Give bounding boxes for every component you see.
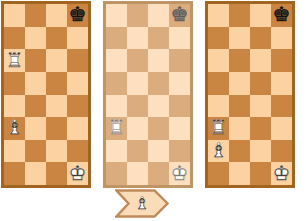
- board-square: [229, 162, 250, 185]
- board-square: [127, 95, 148, 118]
- board-square: [46, 117, 67, 140]
- board-square: [46, 27, 67, 50]
- moving-bishop-icon: ♝ ♗: [130, 192, 154, 216]
- board-square: [25, 117, 46, 140]
- board-square: ♜♖: [106, 117, 127, 140]
- board-square: [250, 27, 271, 50]
- board-square: [127, 27, 148, 50]
- black-king-glyph-outline: ♔: [69, 5, 87, 25]
- white-rook-glyph-outline: ♖: [6, 50, 24, 70]
- board-square: ♚♔: [271, 162, 292, 185]
- board-square: [169, 72, 190, 95]
- white-rook: ♜♖: [4, 49, 25, 72]
- board-square: [208, 162, 229, 185]
- board-square: [250, 72, 271, 95]
- board-square: [4, 95, 25, 118]
- board-square: [208, 49, 229, 72]
- bishop-glyph-outline: ♗: [134, 194, 150, 212]
- board-square: [208, 4, 229, 27]
- board-square: [67, 27, 88, 50]
- board-square: [127, 162, 148, 185]
- board-square: ♚♔: [67, 162, 88, 185]
- white-rook-glyph-outline: ♖: [108, 118, 126, 138]
- board-square: [4, 72, 25, 95]
- board-square: [229, 4, 250, 27]
- board-square: ♝♗: [208, 140, 229, 163]
- board-square: [169, 95, 190, 118]
- black-king: ♚♔: [169, 4, 190, 27]
- black-king: ♚♔: [271, 4, 292, 27]
- white-king-glyph-outline: ♔: [273, 163, 291, 183]
- board-square: [271, 27, 292, 50]
- board-square: [25, 27, 46, 50]
- board-square: [148, 117, 169, 140]
- board-square: [46, 95, 67, 118]
- board-square: [127, 4, 148, 27]
- chess-move-sequence-diagram: ♚♔♜♖♝♗♚♔ ♚♔♜♖♚♔ ♚♔♜♖♝♗♚♔ ♝ ♗: [0, 0, 306, 221]
- board-square: [148, 27, 169, 50]
- board-square: [271, 95, 292, 118]
- board-square: [229, 27, 250, 50]
- board-square: [250, 117, 271, 140]
- board-square: [271, 140, 292, 163]
- white-bishop-glyph-outline: ♗: [6, 118, 24, 138]
- board-square: [148, 49, 169, 72]
- board-square: [169, 117, 190, 140]
- black-king-glyph-outline: ♔: [273, 5, 291, 25]
- white-rook: ♜♖: [208, 117, 229, 140]
- board-square: [229, 140, 250, 163]
- board-square: [46, 140, 67, 163]
- white-bishop: ♝♗: [4, 117, 25, 140]
- board-square: [46, 4, 67, 27]
- board-square: [208, 72, 229, 95]
- board-square: [25, 162, 46, 185]
- board-square: ♚♔: [169, 4, 190, 27]
- board-square: [127, 72, 148, 95]
- board-square: [169, 49, 190, 72]
- white-rook: ♜♖: [106, 117, 127, 140]
- board-square: [67, 49, 88, 72]
- board-square: [25, 95, 46, 118]
- white-rook-glyph-outline: ♖: [210, 118, 228, 138]
- move-arrow: ♝ ♗: [115, 189, 169, 218]
- board-square: [169, 27, 190, 50]
- board-square: [148, 140, 169, 163]
- board-square: [46, 49, 67, 72]
- board-square: [271, 49, 292, 72]
- board-square: [106, 27, 127, 50]
- board-square: [208, 27, 229, 50]
- board-square: [169, 140, 190, 163]
- board-square: [46, 162, 67, 185]
- board-square: [25, 4, 46, 27]
- white-king: ♚♔: [271, 162, 292, 185]
- chessboard-frame-before: ♚♔♜♖♝♗♚♔: [1, 1, 91, 188]
- board-square: [250, 95, 271, 118]
- board-square: [250, 49, 271, 72]
- board-square: [229, 72, 250, 95]
- white-bishop-glyph-outline: ♗: [210, 140, 228, 160]
- board-square: ♜♖: [4, 49, 25, 72]
- board-square: [67, 117, 88, 140]
- board-square: [148, 72, 169, 95]
- board-square: ♚♔: [67, 4, 88, 27]
- board-square: [250, 162, 271, 185]
- board-square: [106, 162, 127, 185]
- board-square: [67, 72, 88, 95]
- board-square: [4, 140, 25, 163]
- white-king-glyph-outline: ♔: [171, 163, 189, 183]
- board-square: ♚♔: [271, 4, 292, 27]
- board-square: [4, 162, 25, 185]
- board-square: [46, 72, 67, 95]
- board-square: [229, 95, 250, 118]
- board-square: [229, 117, 250, 140]
- board-square: [106, 49, 127, 72]
- board-square: [106, 72, 127, 95]
- white-king-glyph-outline: ♔: [69, 163, 87, 183]
- white-king: ♚♔: [169, 162, 190, 185]
- board-square: [250, 140, 271, 163]
- board-square: [106, 140, 127, 163]
- board-square: [148, 95, 169, 118]
- white-king: ♚♔: [67, 162, 88, 185]
- board-square: [106, 95, 127, 118]
- board-square: [208, 95, 229, 118]
- board-square: [106, 4, 127, 27]
- board-square: ♜♖: [208, 117, 229, 140]
- board-square: [271, 72, 292, 95]
- board-square: [25, 49, 46, 72]
- board-square: ♚♔: [169, 162, 190, 185]
- board-square: [127, 49, 148, 72]
- board-square: [4, 4, 25, 27]
- board-square: [67, 140, 88, 163]
- board-square: [25, 140, 46, 163]
- board-square: [127, 117, 148, 140]
- board-square: [67, 95, 88, 118]
- board-square: [148, 162, 169, 185]
- white-bishop: ♝♗: [208, 140, 229, 163]
- board-square: [250, 4, 271, 27]
- chessboard-frame-after: ♚♔♜♖♝♗♚♔: [205, 1, 295, 188]
- black-king: ♚♔: [67, 4, 88, 27]
- board-square: [4, 27, 25, 50]
- board-square: [271, 117, 292, 140]
- board-square: ♝♗: [4, 117, 25, 140]
- black-king-glyph-outline: ♔: [171, 5, 189, 25]
- board-square: [127, 140, 148, 163]
- board-square: [148, 4, 169, 27]
- board-square: [25, 72, 46, 95]
- chessboard-frame-transition: ♚♔♜♖♚♔: [103, 1, 193, 188]
- board-square: [229, 49, 250, 72]
